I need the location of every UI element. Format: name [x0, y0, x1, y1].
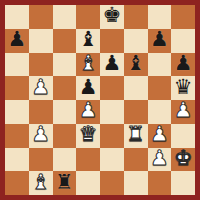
square-c6[interactable] [53, 53, 77, 77]
white-pawn[interactable]: ♟ [31, 124, 50, 145]
square-f6[interactable]: ♝ [124, 53, 148, 77]
square-c8[interactable] [53, 5, 77, 29]
square-f1[interactable] [124, 171, 148, 195]
white-rook[interactable]: ♜ [126, 124, 145, 145]
white-bishop[interactable]: ♝ [31, 172, 50, 193]
square-a6[interactable] [5, 53, 29, 77]
square-e4[interactable] [100, 100, 124, 124]
black-pawn[interactable]: ♟ [102, 53, 121, 74]
square-a5[interactable] [5, 76, 29, 100]
square-e1[interactable] [100, 171, 124, 195]
square-h4[interactable]: ♟ [171, 100, 195, 124]
square-e7[interactable] [100, 29, 124, 53]
square-g7[interactable]: ♟ [148, 29, 172, 53]
square-e6[interactable]: ♟ [100, 53, 124, 77]
square-f4[interactable] [124, 100, 148, 124]
square-a7[interactable]: ♟ [5, 29, 29, 53]
square-a2[interactable] [5, 148, 29, 172]
square-c7[interactable] [53, 29, 77, 53]
square-d5[interactable]: ♟ [76, 76, 100, 100]
square-h2[interactable]: ♚ [171, 148, 195, 172]
square-b1[interactable]: ♝ [29, 171, 53, 195]
square-g1[interactable] [148, 171, 172, 195]
black-bishop[interactable]: ♝ [126, 53, 145, 74]
white-pawn[interactable]: ♟ [79, 100, 98, 121]
square-f7[interactable] [124, 29, 148, 53]
square-c5[interactable] [53, 76, 77, 100]
square-g6[interactable] [148, 53, 172, 77]
square-d6[interactable]: ♝ [76, 53, 100, 77]
square-h1[interactable] [171, 171, 195, 195]
square-d7[interactable]: ♝ [76, 29, 100, 53]
white-pawn[interactable]: ♟ [150, 124, 169, 145]
square-b7[interactable] [29, 29, 53, 53]
square-d4[interactable]: ♟ [76, 100, 100, 124]
chessboard: ♚♟♝♟♝♟♝♟♟♟♛♟♟♟♛♜♟♟♚♝♜ [5, 5, 195, 195]
black-queen[interactable]: ♛ [174, 77, 193, 98]
square-b2[interactable] [29, 148, 53, 172]
white-queen[interactable]: ♛ [79, 124, 98, 145]
square-a1[interactable] [5, 171, 29, 195]
square-g4[interactable] [148, 100, 172, 124]
square-b4[interactable] [29, 100, 53, 124]
square-f5[interactable] [124, 76, 148, 100]
square-a8[interactable] [5, 5, 29, 29]
square-g8[interactable] [148, 5, 172, 29]
square-h3[interactable] [171, 124, 195, 148]
black-pawn[interactable]: ♟ [150, 29, 169, 50]
square-a3[interactable] [5, 124, 29, 148]
square-h7[interactable] [171, 29, 195, 53]
square-e5[interactable] [100, 76, 124, 100]
white-bishop[interactable]: ♝ [79, 53, 98, 74]
square-h5[interactable]: ♛ [171, 76, 195, 100]
black-king[interactable]: ♚ [102, 5, 121, 26]
square-g3[interactable]: ♟ [148, 124, 172, 148]
square-f2[interactable] [124, 148, 148, 172]
square-d8[interactable] [76, 5, 100, 29]
square-a4[interactable] [5, 100, 29, 124]
square-h8[interactable] [171, 5, 195, 29]
square-d3[interactable]: ♛ [76, 124, 100, 148]
chessboard-frame: ♚♟♝♟♝♟♝♟♟♟♛♟♟♟♛♜♟♟♚♝♜ [0, 0, 200, 200]
square-c2[interactable] [53, 148, 77, 172]
square-f8[interactable] [124, 5, 148, 29]
black-pawn[interactable]: ♟ [174, 53, 193, 74]
black-rook[interactable]: ♜ [55, 172, 74, 193]
square-g5[interactable] [148, 76, 172, 100]
square-c3[interactable] [53, 124, 77, 148]
square-c4[interactable] [53, 100, 77, 124]
white-pawn[interactable]: ♟ [31, 77, 50, 98]
square-b3[interactable]: ♟ [29, 124, 53, 148]
black-bishop[interactable]: ♝ [79, 29, 98, 50]
square-c1[interactable]: ♜ [53, 171, 77, 195]
square-d1[interactable] [76, 171, 100, 195]
black-pawn[interactable]: ♟ [7, 29, 26, 50]
square-e3[interactable] [100, 124, 124, 148]
square-h6[interactable]: ♟ [171, 53, 195, 77]
square-b6[interactable] [29, 53, 53, 77]
black-pawn[interactable]: ♟ [79, 77, 98, 98]
square-d2[interactable] [76, 148, 100, 172]
white-pawn[interactable]: ♟ [174, 100, 193, 121]
white-pawn[interactable]: ♟ [150, 148, 169, 169]
square-g2[interactable]: ♟ [148, 148, 172, 172]
square-f3[interactable]: ♜ [124, 124, 148, 148]
square-e2[interactable] [100, 148, 124, 172]
square-e8[interactable]: ♚ [100, 5, 124, 29]
square-b5[interactable]: ♟ [29, 76, 53, 100]
white-king[interactable]: ♚ [174, 148, 193, 169]
square-b8[interactable] [29, 5, 53, 29]
